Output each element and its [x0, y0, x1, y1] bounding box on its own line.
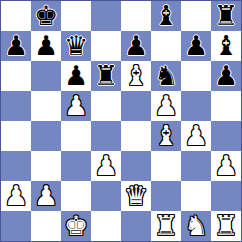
square-a7[interactable]: ♟ — [1, 31, 31, 61]
square-e5[interactable] — [121, 91, 151, 121]
white-pawn-f5[interactable]: ♟ — [154, 92, 178, 119]
white-rook-h1[interactable]: ♜ — [214, 212, 238, 239]
square-c5[interactable]: ♟ — [61, 91, 91, 121]
square-e8[interactable] — [121, 1, 151, 31]
white-pawn-g4[interactable]: ♟ — [184, 122, 208, 149]
square-e1[interactable] — [121, 211, 151, 241]
square-b2[interactable]: ♟ — [31, 181, 61, 211]
black-king-b8[interactable]: ♚ — [34, 2, 58, 29]
white-knight-g1[interactable]: ♞ — [184, 212, 208, 239]
square-g4[interactable]: ♟ — [181, 121, 211, 151]
square-b6[interactable] — [31, 61, 61, 91]
square-d6[interactable]: ♜ — [91, 61, 121, 91]
square-g5[interactable] — [181, 91, 211, 121]
square-c1[interactable]: ♚ — [61, 211, 91, 241]
square-h5[interactable] — [211, 91, 241, 121]
black-pawn-b7[interactable]: ♟ — [34, 32, 58, 59]
white-rook-f1[interactable]: ♜ — [154, 212, 178, 239]
square-b7[interactable]: ♟ — [31, 31, 61, 61]
square-g7[interactable]: ♟ — [181, 31, 211, 61]
square-c2[interactable] — [61, 181, 91, 211]
square-h1[interactable]: ♜ — [211, 211, 241, 241]
square-b4[interactable] — [31, 121, 61, 151]
square-a2[interactable]: ♟ — [1, 181, 31, 211]
square-e4[interactable] — [121, 121, 151, 151]
black-knight-f6[interactable]: ♞ — [154, 62, 178, 89]
white-queen-e2[interactable]: ♛ — [124, 182, 148, 209]
square-g1[interactable]: ♞ — [181, 211, 211, 241]
black-pawn-c6[interactable]: ♟ — [64, 62, 88, 89]
square-h7[interactable]: ♝ — [211, 31, 241, 61]
square-c6[interactable]: ♟ — [61, 61, 91, 91]
chess-board: ♚♝♜♟♟♛♟♟♝♟♜♝♞♟♟♟♝♟♟♟♟♟♛♚♜♞♜ — [0, 0, 242, 242]
square-h4[interactable] — [211, 121, 241, 151]
square-f7[interactable] — [151, 31, 181, 61]
square-d4[interactable] — [91, 121, 121, 151]
white-bishop-f4[interactable]: ♝ — [154, 122, 178, 149]
square-a4[interactable] — [1, 121, 31, 151]
square-e3[interactable] — [121, 151, 151, 181]
square-a8[interactable] — [1, 1, 31, 31]
black-pawn-h6[interactable]: ♟ — [214, 62, 238, 89]
square-e7[interactable]: ♟ — [121, 31, 151, 61]
black-queen-c7[interactable]: ♛ — [64, 32, 88, 59]
square-d2[interactable] — [91, 181, 121, 211]
square-d8[interactable] — [91, 1, 121, 31]
square-a3[interactable] — [1, 151, 31, 181]
black-bishop-h7[interactable]: ♝ — [214, 32, 238, 59]
square-a5[interactable] — [1, 91, 31, 121]
square-d3[interactable]: ♟ — [91, 151, 121, 181]
square-f2[interactable] — [151, 181, 181, 211]
black-rook-h8[interactable]: ♜ — [214, 2, 238, 29]
square-g8[interactable] — [181, 1, 211, 31]
square-e6[interactable]: ♝ — [121, 61, 151, 91]
square-f6[interactable]: ♞ — [151, 61, 181, 91]
white-king-c1[interactable]: ♚ — [64, 212, 88, 239]
black-pawn-e7[interactable]: ♟ — [124, 32, 148, 59]
white-pawn-a2[interactable]: ♟ — [4, 182, 28, 209]
square-f1[interactable]: ♜ — [151, 211, 181, 241]
square-c7[interactable]: ♛ — [61, 31, 91, 61]
white-pawn-c5[interactable]: ♟ — [64, 92, 88, 119]
white-bishop-e6[interactable]: ♝ — [124, 62, 148, 89]
square-c3[interactable] — [61, 151, 91, 181]
square-f4[interactable]: ♝ — [151, 121, 181, 151]
square-b3[interactable] — [31, 151, 61, 181]
square-h8[interactable]: ♜ — [211, 1, 241, 31]
square-e2[interactable]: ♛ — [121, 181, 151, 211]
square-c4[interactable] — [61, 121, 91, 151]
square-b1[interactable] — [31, 211, 61, 241]
square-b8[interactable]: ♚ — [31, 1, 61, 31]
black-rook-d6[interactable]: ♜ — [94, 62, 118, 89]
square-f3[interactable] — [151, 151, 181, 181]
black-pawn-a7[interactable]: ♟ — [4, 32, 28, 59]
square-g6[interactable] — [181, 61, 211, 91]
square-g2[interactable] — [181, 181, 211, 211]
white-pawn-d3[interactable]: ♟ — [94, 152, 118, 179]
square-h2[interactable] — [211, 181, 241, 211]
black-pawn-g7[interactable]: ♟ — [184, 32, 208, 59]
square-d7[interactable] — [91, 31, 121, 61]
white-pawn-h3[interactable]: ♟ — [214, 152, 238, 179]
square-f5[interactable]: ♟ — [151, 91, 181, 121]
square-d5[interactable] — [91, 91, 121, 121]
square-b5[interactable] — [31, 91, 61, 121]
square-h3[interactable]: ♟ — [211, 151, 241, 181]
square-c8[interactable] — [61, 1, 91, 31]
black-bishop-f8[interactable]: ♝ — [154, 2, 178, 29]
square-a1[interactable] — [1, 211, 31, 241]
square-h6[interactable]: ♟ — [211, 61, 241, 91]
square-f8[interactable]: ♝ — [151, 1, 181, 31]
square-g3[interactable] — [181, 151, 211, 181]
square-d1[interactable] — [91, 211, 121, 241]
white-pawn-b2[interactable]: ♟ — [34, 182, 58, 209]
square-a6[interactable] — [1, 61, 31, 91]
